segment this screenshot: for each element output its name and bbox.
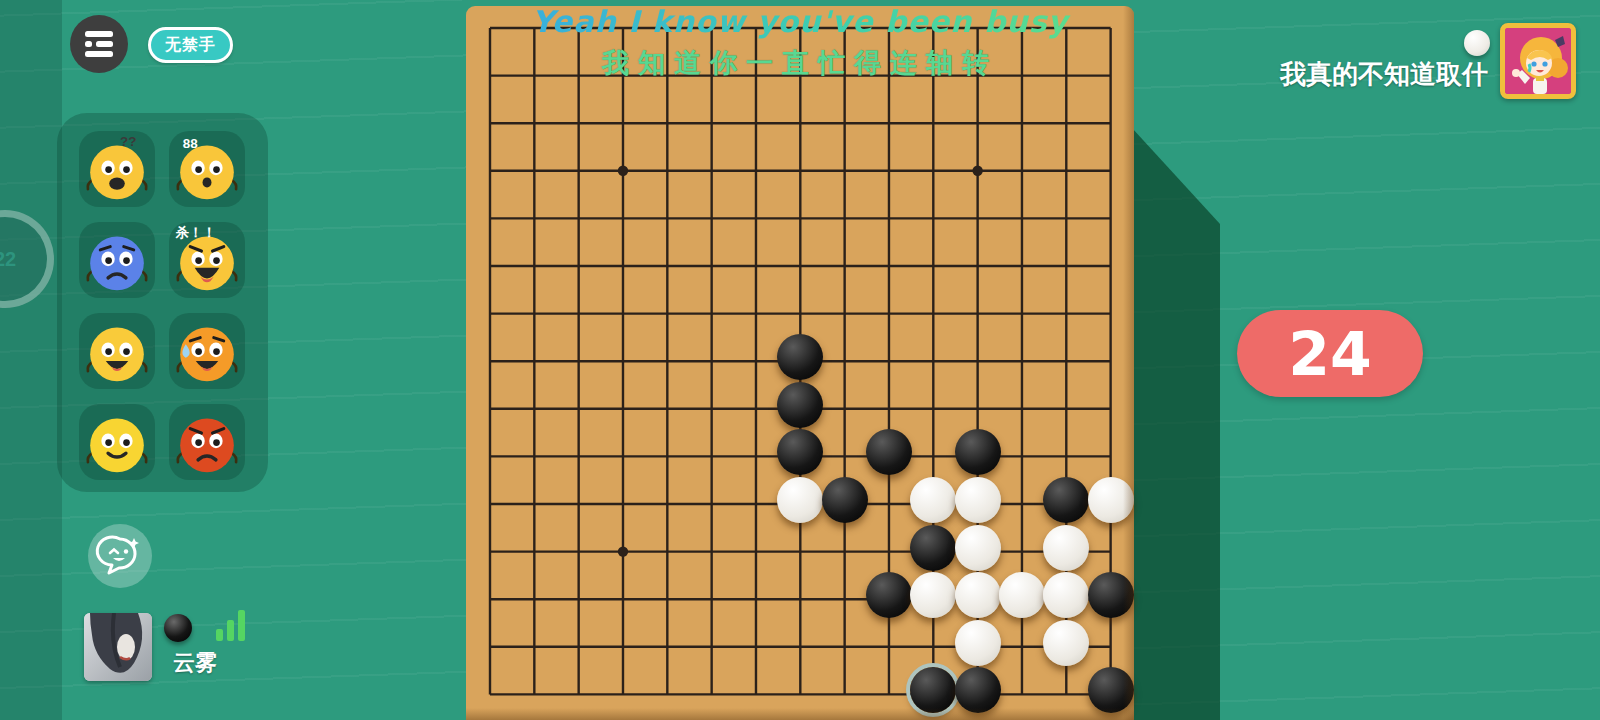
emote-tile-cheer[interactable]	[79, 313, 155, 389]
emote-tile-sad[interactable]	[79, 222, 155, 298]
emote-grid: ??88杀！！	[79, 131, 245, 480]
stone-white	[777, 477, 823, 523]
move-countdown: 24	[1237, 310, 1423, 397]
opponent-avatar	[1500, 23, 1576, 99]
opponent-stone-indicator-white	[1464, 30, 1490, 56]
emote-tile-mad[interactable]	[169, 404, 245, 480]
chat-bubble-icon	[88, 524, 152, 588]
stone-black	[866, 572, 912, 618]
connection-signal-icon	[216, 607, 248, 641]
stone-black	[777, 382, 823, 428]
cheer-emote-icon	[81, 313, 153, 389]
ghost-timer-value: 22	[0, 248, 16, 271]
stone-white	[999, 572, 1045, 618]
player-name: 云雾	[150, 648, 240, 678]
chat-button[interactable]	[88, 524, 152, 588]
svg-text:88: 88	[183, 136, 198, 151]
stone-white	[1043, 525, 1089, 571]
rule-badge[interactable]: 无禁手	[148, 27, 233, 63]
stone-black	[1043, 477, 1089, 523]
svg-text:??: ??	[120, 134, 136, 149]
opponent-name: 我真的不知道取什	[1140, 57, 1488, 92]
smile-emote-icon	[81, 404, 153, 480]
opponent-avatar-image	[1505, 28, 1571, 94]
nervous-sweat-emote-icon	[171, 313, 243, 389]
emote-tile-smile[interactable]	[79, 404, 155, 480]
kill-emote-icon: 杀！！	[171, 222, 243, 298]
menu-button[interactable]	[70, 15, 128, 73]
stone-white	[910, 477, 956, 523]
emote-panel: ??88杀！！	[57, 113, 268, 492]
svg-text:杀！！: 杀！！	[175, 225, 216, 240]
mad-emote-icon	[171, 404, 243, 480]
stone-black	[822, 477, 868, 523]
stone-white	[955, 477, 1001, 523]
sad-emote-icon	[81, 222, 153, 298]
stone-black	[955, 429, 1001, 475]
stone-black	[955, 667, 1001, 713]
stone-white	[955, 525, 1001, 571]
board-right-edge	[1123, 6, 1134, 720]
board-bottom-edge	[466, 708, 1134, 720]
stone-black	[910, 525, 956, 571]
emote-tile-confused[interactable]: ??	[79, 131, 155, 207]
gomoku-board[interactable]	[466, 6, 1134, 720]
countdown-value: 24	[1288, 319, 1372, 389]
stone-white	[1043, 620, 1089, 666]
confused-emote-icon: ??	[81, 131, 153, 207]
bye-88-emote-icon: 88	[171, 131, 243, 207]
emote-tile-kill[interactable]: 杀！！	[169, 222, 245, 298]
emote-tile-nervous-sweat[interactable]	[169, 313, 245, 389]
emote-tile-bye-88[interactable]: 88	[169, 131, 245, 207]
player-stone-indicator-black	[164, 614, 192, 642]
stone-white	[955, 620, 1001, 666]
left-edge-shade	[0, 0, 62, 720]
player-avatar	[84, 613, 152, 681]
gomoku-game-screen: Yeah I know you've been busy 我知道你一直忙得连轴转…	[0, 0, 1600, 720]
player-avatar-image	[84, 613, 152, 681]
stone-white	[955, 572, 1001, 618]
